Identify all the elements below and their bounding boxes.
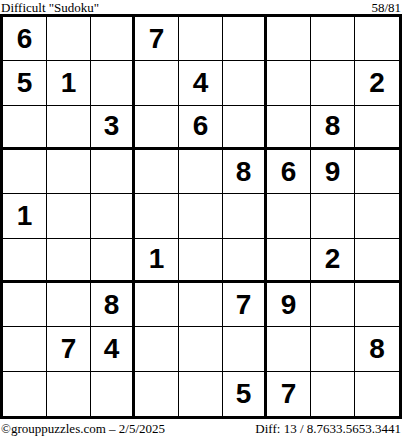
sudoku-cell-r8c1[interactable] [3, 327, 47, 371]
sudoku-cell-r2c4[interactable] [135, 61, 179, 105]
sudoku-cell-r7c4[interactable] [135, 283, 179, 327]
sudoku-cell-r8c4[interactable] [135, 327, 179, 371]
sudoku-cell-r2c8[interactable] [311, 61, 355, 105]
sudoku-cell-r1c2[interactable] [47, 17, 91, 61]
sudoku-cell-r8c3: 4 [91, 327, 135, 371]
sudoku-cell-r9c3[interactable] [91, 372, 135, 416]
copyright-date: ©grouppuzzles.com – 2/5/2025 [1, 422, 165, 435]
sudoku-cell-r3c2[interactable] [47, 106, 91, 150]
sudoku-cell-r9c8[interactable] [311, 372, 355, 416]
sudoku-cell-r3c4[interactable] [135, 106, 179, 150]
sudoku-cell-r9c2[interactable] [47, 372, 91, 416]
sudoku-cell-r7c3: 8 [91, 283, 135, 327]
sudoku-cell-r6c5[interactable] [179, 239, 223, 283]
blank-count: 58/81 [371, 1, 401, 14]
sudoku-cell-r6c6[interactable] [223, 239, 267, 283]
sudoku-cell-r4c7: 6 [267, 150, 311, 194]
sudoku-cell-r1c8[interactable] [311, 17, 355, 61]
sudoku-cell-r8c7[interactable] [267, 327, 311, 371]
sudoku-cell-r5c8[interactable] [311, 194, 355, 238]
sudoku-cell-r8c9: 8 [355, 327, 399, 371]
sudoku-cell-r4c6: 8 [223, 150, 267, 194]
sudoku-cell-r3c7[interactable] [267, 106, 311, 150]
sudoku-page: Difficult "Sudoku" 58/81 675142368869112… [0, 0, 402, 437]
sudoku-cell-r6c9[interactable] [355, 239, 399, 283]
sudoku-cell-r5c9[interactable] [355, 194, 399, 238]
sudoku-cell-r2c3[interactable] [91, 61, 135, 105]
footer: ©grouppuzzles.com – 2/5/2025 Diff: 13 / … [0, 419, 402, 437]
sudoku-cell-r4c8: 9 [311, 150, 355, 194]
difficulty-rating: Diff: 13 / 8.7633.5653.3441 [255, 422, 401, 435]
sudoku-cell-r4c3[interactable] [91, 150, 135, 194]
sudoku-cell-r3c1[interactable] [3, 106, 47, 150]
sudoku-cell-r6c8: 2 [311, 239, 355, 283]
sudoku-cell-r7c7: 9 [267, 283, 311, 327]
sudoku-cell-r1c5[interactable] [179, 17, 223, 61]
sudoku-cell-r9c1[interactable] [3, 372, 47, 416]
sudoku-cell-r5c1: 1 [3, 194, 47, 238]
sudoku-cell-r7c1[interactable] [3, 283, 47, 327]
sudoku-cell-r7c5[interactable] [179, 283, 223, 327]
sudoku-cell-r2c1: 5 [3, 61, 47, 105]
sudoku-cell-r9c9[interactable] [355, 372, 399, 416]
sudoku-cell-r7c2[interactable] [47, 283, 91, 327]
sudoku-cell-r2c9: 2 [355, 61, 399, 105]
sudoku-cell-r5c7[interactable] [267, 194, 311, 238]
sudoku-cell-r5c3[interactable] [91, 194, 135, 238]
sudoku-cell-r2c5: 4 [179, 61, 223, 105]
sudoku-cell-r7c8[interactable] [311, 283, 355, 327]
sudoku-cell-r5c5[interactable] [179, 194, 223, 238]
sudoku-cell-r8c5[interactable] [179, 327, 223, 371]
sudoku-cell-r6c7[interactable] [267, 239, 311, 283]
sudoku-cell-r5c4[interactable] [135, 194, 179, 238]
header: Difficult "Sudoku" 58/81 [0, 0, 402, 14]
sudoku-cell-r1c1: 6 [3, 17, 47, 61]
sudoku-cell-r6c4: 1 [135, 239, 179, 283]
sudoku-board: 67514236886911287974857 [0, 14, 402, 419]
sudoku-cell-r4c9[interactable] [355, 150, 399, 194]
sudoku-cell-r4c5[interactable] [179, 150, 223, 194]
sudoku-cell-r3c8: 8 [311, 106, 355, 150]
sudoku-cell-r9c7: 7 [267, 372, 311, 416]
sudoku-cell-r4c1[interactable] [3, 150, 47, 194]
sudoku-cell-r4c2[interactable] [47, 150, 91, 194]
sudoku-cell-r3c5: 6 [179, 106, 223, 150]
sudoku-cell-r1c3[interactable] [91, 17, 135, 61]
sudoku-cell-r1c4: 7 [135, 17, 179, 61]
sudoku-cell-r1c6[interactable] [223, 17, 267, 61]
sudoku-cell-r9c6: 5 [223, 372, 267, 416]
sudoku-cell-r8c8[interactable] [311, 327, 355, 371]
sudoku-cell-r6c3[interactable] [91, 239, 135, 283]
sudoku-cell-r2c7[interactable] [267, 61, 311, 105]
sudoku-cell-r9c4[interactable] [135, 372, 179, 416]
sudoku-cell-r7c6: 7 [223, 283, 267, 327]
sudoku-cell-r1c9[interactable] [355, 17, 399, 61]
sudoku-cell-r7c9[interactable] [355, 283, 399, 327]
sudoku-cell-r9c5[interactable] [179, 372, 223, 416]
sudoku-cell-r2c6[interactable] [223, 61, 267, 105]
sudoku-cell-r8c2: 7 [47, 327, 91, 371]
sudoku-cell-r5c2[interactable] [47, 194, 91, 238]
sudoku-cell-r3c3: 3 [91, 106, 135, 150]
sudoku-cell-r5c6[interactable] [223, 194, 267, 238]
sudoku-cell-r2c2: 1 [47, 61, 91, 105]
sudoku-cell-r4c4[interactable] [135, 150, 179, 194]
sudoku-cell-r6c1[interactable] [3, 239, 47, 283]
puzzle-title: Difficult "Sudoku" [1, 1, 99, 14]
sudoku-cell-r3c6[interactable] [223, 106, 267, 150]
sudoku-cell-r1c7[interactable] [267, 17, 311, 61]
sudoku-cell-r6c2[interactable] [47, 239, 91, 283]
sudoku-cell-r8c6[interactable] [223, 327, 267, 371]
sudoku-cell-r3c9[interactable] [355, 106, 399, 150]
